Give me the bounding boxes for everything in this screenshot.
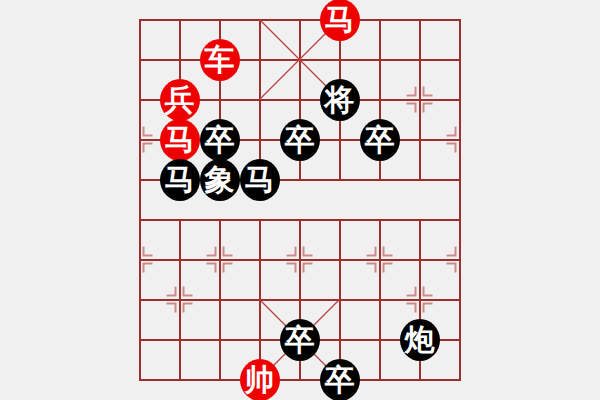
piece-black-soldier[interactable]: 卒 (320, 359, 360, 400)
piece-red-horse[interactable]: 马 (320, 0, 360, 41)
board-point: 卒 (280, 320, 320, 360)
board-point: 卒 (360, 120, 400, 160)
piece-red-general[interactable]: 帅 (240, 359, 280, 400)
piece-red-soldier[interactable]: 兵 (160, 79, 200, 121)
piece-black-soldier[interactable]: 卒 (280, 119, 320, 161)
piece-black-horse[interactable]: 马 (240, 159, 280, 201)
board-point: 卒 (280, 120, 320, 160)
board-point: 马 (160, 120, 200, 160)
board-point: 象 (200, 160, 240, 200)
piece-red-chariot[interactable]: 车 (200, 39, 240, 81)
board-point: 炮 (400, 320, 440, 360)
board-point: 兵 (160, 80, 200, 120)
piece-black-soldier[interactable]: 卒 (200, 119, 240, 161)
piece-black-elephant[interactable]: 象 (200, 159, 240, 201)
piece-black-general[interactable]: 将 (320, 79, 360, 121)
xiangqi-board: 马车兵将马卒卒卒马象马卒炮帅卒 (0, 0, 600, 400)
board-point: 帅 (240, 360, 280, 400)
board-point: 马 (320, 0, 360, 40)
pieces-layer: 马车兵将马卒卒卒马象马卒炮帅卒 (120, 0, 480, 400)
board-point: 马 (160, 160, 200, 200)
board-point: 卒 (200, 120, 240, 160)
board-point: 卒 (320, 360, 360, 400)
piece-black-cannon[interactable]: 炮 (400, 319, 440, 361)
board-point: 马 (240, 160, 280, 200)
piece-black-horse[interactable]: 马 (160, 159, 200, 201)
piece-black-soldier[interactable]: 卒 (360, 119, 400, 161)
board-point: 车 (200, 40, 240, 80)
board-point: 将 (320, 80, 360, 120)
piece-black-soldier[interactable]: 卒 (280, 319, 320, 361)
piece-red-horse[interactable]: 马 (160, 119, 200, 161)
